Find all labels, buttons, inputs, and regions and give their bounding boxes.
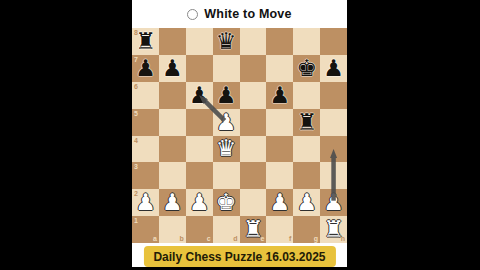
coord-file-c: c [207, 235, 211, 242]
square-b2[interactable]: ♟ [159, 189, 186, 216]
coord-file-a: a [153, 235, 157, 242]
puzzle-card: White to Move 8♜♛7♟♟♚♟6♟♟♟5♟♜4♛32♟♟♟♚♟♟♟… [132, 0, 347, 270]
puzzle-banner-text: Daily Chess Puzzle 16.03.2025 [153, 250, 325, 264]
square-a1[interactable]: 1a [132, 216, 159, 243]
square-f6[interactable]: ♟ [266, 82, 293, 109]
coord-rank-4: 4 [134, 137, 138, 144]
square-a8[interactable]: 8♜ [132, 28, 159, 55]
square-d8[interactable]: ♛ [213, 28, 240, 55]
square-a6[interactable]: 6 [132, 82, 159, 109]
square-d7[interactable] [213, 55, 240, 82]
square-d4[interactable]: ♛ [213, 136, 240, 163]
coord-file-b: b [179, 235, 183, 242]
piece-white-pawn-h2[interactable]: ♟ [320, 189, 347, 216]
square-d3[interactable] [213, 162, 240, 189]
white-circle-icon [187, 9, 198, 20]
piece-white-pawn-d5[interactable]: ♟ [213, 109, 240, 136]
piece-white-king-d2[interactable]: ♚ [213, 189, 240, 216]
coord-file-g: g [314, 235, 318, 242]
piece-black-pawn-c6[interactable]: ♟ [186, 82, 213, 109]
square-b5[interactable] [159, 109, 186, 136]
piece-white-rook-e1[interactable]: ♜ [240, 216, 267, 243]
square-h6[interactable] [320, 82, 347, 109]
page-title: White to Move [204, 7, 291, 21]
piece-black-rook-g5[interactable]: ♜ [293, 109, 320, 136]
square-g5[interactable]: ♜ [293, 109, 320, 136]
piece-black-queen-d8[interactable]: ♛ [213, 28, 240, 55]
square-h2[interactable]: ♟ [320, 189, 347, 216]
square-b7[interactable]: ♟ [159, 55, 186, 82]
piece-black-king-g7[interactable]: ♚ [293, 55, 320, 82]
coord-file-f: f [289, 235, 291, 242]
letterbox-right [347, 0, 480, 270]
square-d5[interactable]: ♟ [213, 109, 240, 136]
square-f4[interactable] [266, 136, 293, 163]
square-f2[interactable]: ♟ [266, 189, 293, 216]
piece-white-rook-h1[interactable]: ♜ [320, 216, 347, 243]
square-a4[interactable]: 4 [132, 136, 159, 163]
square-h3[interactable] [320, 162, 347, 189]
square-e2[interactable] [240, 189, 267, 216]
square-c3[interactable] [186, 162, 213, 189]
square-b4[interactable] [159, 136, 186, 163]
square-c5[interactable] [186, 109, 213, 136]
turn-indicator: White to Move [132, 0, 347, 28]
piece-white-pawn-b2[interactable]: ♟ [159, 189, 186, 216]
square-g6[interactable] [293, 82, 320, 109]
square-e6[interactable] [240, 82, 267, 109]
square-g7[interactable]: ♚ [293, 55, 320, 82]
piece-black-pawn-a7[interactable]: ♟ [132, 55, 159, 82]
square-c4[interactable] [186, 136, 213, 163]
coord-rank-6: 6 [134, 83, 138, 90]
square-g8[interactable] [293, 28, 320, 55]
square-d2[interactable]: ♚ [213, 189, 240, 216]
square-c7[interactable] [186, 55, 213, 82]
square-b6[interactable] [159, 82, 186, 109]
square-h5[interactable] [320, 109, 347, 136]
square-e4[interactable] [240, 136, 267, 163]
square-a5[interactable]: 5 [132, 109, 159, 136]
square-b8[interactable] [159, 28, 186, 55]
letterbox-left [0, 0, 132, 270]
square-e3[interactable] [240, 162, 267, 189]
coord-file-d: d [233, 235, 237, 242]
coord-rank-3: 3 [134, 163, 138, 170]
square-b3[interactable] [159, 162, 186, 189]
square-f1[interactable]: f [266, 216, 293, 243]
coord-rank-1: 1 [134, 217, 138, 224]
piece-black-pawn-h7[interactable]: ♟ [320, 55, 347, 82]
puzzle-banner: Daily Chess Puzzle 16.03.2025 [143, 246, 335, 267]
coord-rank-5: 5 [134, 110, 138, 117]
square-h4[interactable] [320, 136, 347, 163]
square-a7[interactable]: 7♟ [132, 55, 159, 82]
square-d6[interactable]: ♟ [213, 82, 240, 109]
square-f3[interactable] [266, 162, 293, 189]
square-h8[interactable] [320, 28, 347, 55]
square-f7[interactable] [266, 55, 293, 82]
video-frame: White to Move 8♜♛7♟♟♚♟6♟♟♟5♟♜4♛32♟♟♟♚♟♟♟… [0, 0, 480, 270]
square-e5[interactable] [240, 109, 267, 136]
piece-black-rook-a8[interactable]: ♜ [132, 28, 159, 55]
square-e8[interactable] [240, 28, 267, 55]
piece-white-pawn-g2[interactable]: ♟ [293, 189, 320, 216]
piece-black-pawn-d6[interactable]: ♟ [213, 82, 240, 109]
square-e1[interactable]: e♜ [240, 216, 267, 243]
square-c2[interactable]: ♟ [186, 189, 213, 216]
piece-white-pawn-c2[interactable]: ♟ [186, 189, 213, 216]
piece-white-queen-d4[interactable]: ♛ [213, 136, 240, 163]
piece-white-pawn-a2[interactable]: ♟ [132, 189, 159, 216]
square-c1[interactable]: c [186, 216, 213, 243]
square-c6[interactable]: ♟ [186, 82, 213, 109]
square-b1[interactable]: b [159, 216, 186, 243]
square-e7[interactable] [240, 55, 267, 82]
square-g4[interactable] [293, 136, 320, 163]
chess-board[interactable]: 8♜♛7♟♟♚♟6♟♟♟5♟♜4♛32♟♟♟♚♟♟♟1abcde♜fgh♜ [132, 28, 347, 243]
piece-black-pawn-f6[interactable]: ♟ [266, 82, 293, 109]
square-g3[interactable] [293, 162, 320, 189]
square-g2[interactable]: ♟ [293, 189, 320, 216]
square-h7[interactable]: ♟ [320, 55, 347, 82]
square-g1[interactable]: g [293, 216, 320, 243]
square-f8[interactable] [266, 28, 293, 55]
square-d1[interactable]: d [213, 216, 240, 243]
piece-white-pawn-f2[interactable]: ♟ [266, 189, 293, 216]
square-f5[interactable] [266, 109, 293, 136]
square-a3[interactable]: 3 [132, 162, 159, 189]
square-a2[interactable]: 2♟ [132, 189, 159, 216]
piece-black-pawn-b7[interactable]: ♟ [159, 55, 186, 82]
square-c8[interactable] [186, 28, 213, 55]
square-h1[interactable]: h♜ [320, 216, 347, 243]
